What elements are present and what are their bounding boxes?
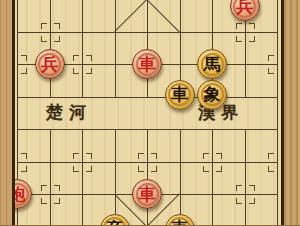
black-chariot-glyph: 車 xyxy=(171,220,188,225)
board-border-right xyxy=(281,0,284,225)
red-chariot[interactable]: 車 xyxy=(132,49,162,79)
black-chariot[interactable]: 車 xyxy=(165,80,195,110)
grid-line xyxy=(115,129,116,225)
river-label-left: 楚河 xyxy=(46,101,92,124)
red-chariot[interactable]: 車 xyxy=(132,179,162,209)
grid-line xyxy=(245,129,246,225)
grid-line xyxy=(277,0,278,225)
grid-line xyxy=(115,0,116,97)
grid-line xyxy=(82,0,83,97)
grid-line xyxy=(212,129,213,225)
black-horse[interactable]: 馬 xyxy=(197,49,227,79)
grid-line xyxy=(147,129,148,225)
grid-line xyxy=(17,97,277,98)
board-margin-right xyxy=(284,0,300,225)
black-elephant-glyph: 象 xyxy=(204,86,221,103)
red-chariot-glyph: 車 xyxy=(139,56,156,73)
black-soldier-glyph: 卒 xyxy=(106,220,123,225)
black-horse-glyph: 馬 xyxy=(204,56,221,73)
black-chariot[interactable]: 車 xyxy=(165,214,195,226)
red-soldier-glyph: 兵 xyxy=(236,0,253,15)
board-margin-left xyxy=(0,0,12,225)
board-border-left xyxy=(12,0,15,225)
red-soldier-glyph: 兵 xyxy=(41,56,58,73)
grid-line xyxy=(82,129,83,225)
xiangqi-board[interactable]: 楚河 漢界 兵兵車馬車象炮車卒車 xyxy=(0,0,300,225)
black-elephant[interactable]: 象 xyxy=(197,80,227,110)
red-chariot-glyph: 車 xyxy=(139,186,156,203)
grid-line xyxy=(180,129,181,225)
red-soldier[interactable]: 兵 xyxy=(35,49,65,79)
grid-line xyxy=(50,129,51,225)
black-chariot-glyph: 車 xyxy=(171,86,188,103)
black-soldier[interactable]: 卒 xyxy=(100,214,130,226)
red-soldier[interactable]: 兵 xyxy=(230,0,260,21)
